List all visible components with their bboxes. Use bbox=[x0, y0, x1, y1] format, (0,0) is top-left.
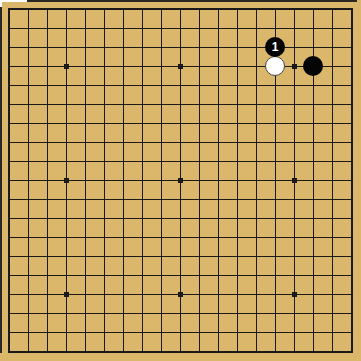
page: 1 bbox=[0, 0, 361, 361]
screenshot-corner-notch-top bbox=[0, 0, 27, 2]
star-point bbox=[292, 292, 297, 297]
star-point bbox=[292, 178, 297, 183]
star-point bbox=[64, 178, 69, 183]
star-point bbox=[64, 64, 69, 69]
star-point bbox=[292, 64, 297, 69]
stone-white-P16[interactable] bbox=[265, 56, 285, 76]
screenshot-edge-artifact-left bbox=[0, 7, 2, 353]
go-board[interactable]: 1 bbox=[0, 0, 361, 361]
star-point bbox=[64, 292, 69, 297]
star-point bbox=[178, 178, 183, 183]
move-number-label: 1 bbox=[265, 37, 285, 57]
star-point bbox=[178, 292, 183, 297]
stone-black-P17[interactable]: 1 bbox=[265, 37, 285, 57]
star-point bbox=[178, 64, 183, 69]
stone-black-R16[interactable] bbox=[303, 56, 323, 76]
screenshot-corner-notch-left bbox=[0, 0, 2, 7]
screenshot-edge-artifact-top bbox=[27, 0, 357, 2]
